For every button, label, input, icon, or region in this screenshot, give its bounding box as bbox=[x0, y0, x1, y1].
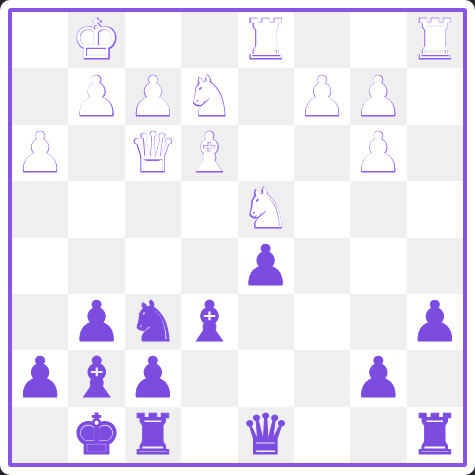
piece-white-fill-layer: ♞ bbox=[241, 182, 290, 236]
board-square-b5[interactable] bbox=[350, 238, 406, 294]
piece-white-fill-layer: ♟ bbox=[72, 69, 121, 123]
board-square-h1[interactable] bbox=[12, 12, 68, 68]
black-queen-d8[interactable]: ♛ bbox=[241, 407, 291, 463]
piece-white-fill-layer: ♟ bbox=[129, 69, 178, 123]
board-square-b8[interactable] bbox=[350, 407, 406, 463]
board-square-b3[interactable]: ♟♙ bbox=[350, 125, 406, 181]
board-square-b1[interactable] bbox=[350, 12, 406, 68]
board-square-h7[interactable]: ♟ bbox=[12, 350, 68, 406]
board-square-g6[interactable]: ♟ bbox=[68, 294, 124, 350]
board-square-a8[interactable]: ♜ bbox=[407, 407, 463, 463]
board-square-b7[interactable]: ♟ bbox=[350, 350, 406, 406]
white-pawn-h3[interactable]: ♟♙ bbox=[15, 125, 65, 181]
white-pawn-c2[interactable]: ♟♙ bbox=[297, 69, 347, 125]
board-square-a2[interactable] bbox=[407, 68, 463, 124]
board-square-a6[interactable]: ♟ bbox=[407, 294, 463, 350]
board-square-f3[interactable]: ♛♕ bbox=[125, 125, 181, 181]
piece-solid-glyph: ♝ bbox=[71, 350, 121, 406]
black-pawn-d5[interactable]: ♟ bbox=[241, 238, 291, 294]
white-pawn-b2[interactable]: ♟♙ bbox=[353, 69, 403, 125]
piece-solid-glyph: ♛ bbox=[241, 407, 291, 463]
board-square-e8[interactable] bbox=[181, 407, 237, 463]
white-knight-e2[interactable]: ♞♘ bbox=[184, 69, 234, 125]
piece-solid-glyph: ♟ bbox=[128, 350, 178, 406]
board-square-e7[interactable] bbox=[181, 350, 237, 406]
piece-solid-glyph: ♟ bbox=[15, 350, 65, 406]
board-square-h5[interactable] bbox=[12, 238, 68, 294]
board-square-h3[interactable]: ♟♙ bbox=[12, 125, 68, 181]
black-king-g8[interactable]: ♚ bbox=[71, 407, 121, 463]
chess-board-grid: ♚♔♜♖♜♖♟♙♟♙♞♘♟♙♟♙♟♙♛♕♝♗♟♙♞♘♟♟♞♝♟♟♝♟♟♚♜♛♜ bbox=[12, 12, 463, 463]
piece-white-fill-layer: ♞ bbox=[185, 69, 234, 123]
board-square-c4[interactable] bbox=[294, 181, 350, 237]
white-queen-f3[interactable]: ♛♕ bbox=[128, 125, 178, 181]
piece-white-fill-layer: ♟ bbox=[354, 126, 403, 180]
piece-white-fill-layer: ♝ bbox=[185, 126, 234, 180]
board-square-g2[interactable]: ♟♙ bbox=[68, 68, 124, 124]
board-square-c6[interactable] bbox=[294, 294, 350, 350]
board-square-b6[interactable] bbox=[350, 294, 406, 350]
black-rook-a8[interactable]: ♜ bbox=[410, 407, 460, 463]
white-rook-d1[interactable]: ♜♖ bbox=[241, 12, 291, 68]
board-square-f1[interactable] bbox=[125, 12, 181, 68]
black-bishop-e6[interactable]: ♝ bbox=[184, 294, 234, 350]
board-square-h6[interactable] bbox=[12, 294, 68, 350]
board-square-e2[interactable]: ♞♘ bbox=[181, 68, 237, 124]
white-bishop-e3[interactable]: ♝♗ bbox=[184, 125, 234, 181]
board-square-h2[interactable] bbox=[12, 68, 68, 124]
piece-solid-glyph: ♟ bbox=[241, 238, 291, 294]
board-square-b4[interactable] bbox=[350, 181, 406, 237]
board-square-f7[interactable]: ♟ bbox=[125, 350, 181, 406]
chess-app-window: ♚♔♜♖♜♖♟♙♟♙♞♘♟♙♟♙♟♙♛♕♝♗♟♙♞♘♟♟♞♝♟♟♝♟♟♚♜♛♜ bbox=[0, 0, 475, 475]
board-square-d8[interactable]: ♛ bbox=[238, 407, 294, 463]
board-square-c8[interactable] bbox=[294, 407, 350, 463]
white-king-g1[interactable]: ♚♔ bbox=[71, 12, 121, 68]
board-square-f4[interactable] bbox=[125, 181, 181, 237]
board-square-e1[interactable] bbox=[181, 12, 237, 68]
board-square-c7[interactable] bbox=[294, 350, 350, 406]
board-square-d3[interactable] bbox=[238, 125, 294, 181]
white-knight-d4[interactable]: ♞♘ bbox=[241, 181, 291, 237]
board-square-d7[interactable] bbox=[238, 350, 294, 406]
white-pawn-g2[interactable]: ♟♙ bbox=[71, 69, 121, 125]
piece-white-fill-layer: ♜ bbox=[241, 13, 290, 67]
board-square-f2[interactable]: ♟♙ bbox=[125, 68, 181, 124]
board-square-a4[interactable] bbox=[407, 181, 463, 237]
piece-solid-glyph: ♚ bbox=[71, 407, 121, 463]
black-pawn-g6[interactable]: ♟ bbox=[71, 294, 121, 350]
board-square-a1[interactable]: ♜♖ bbox=[407, 12, 463, 68]
board-square-g1[interactable]: ♚♔ bbox=[68, 12, 124, 68]
board-square-e3[interactable]: ♝♗ bbox=[181, 125, 237, 181]
board-square-h8[interactable] bbox=[12, 407, 68, 463]
board-square-d2[interactable] bbox=[238, 68, 294, 124]
white-pawn-b3[interactable]: ♟♙ bbox=[353, 125, 403, 181]
piece-solid-glyph: ♝ bbox=[184, 294, 234, 350]
board-square-e4[interactable] bbox=[181, 181, 237, 237]
board-square-d6[interactable] bbox=[238, 294, 294, 350]
board-square-c5[interactable] bbox=[294, 238, 350, 294]
piece-solid-glyph: ♜ bbox=[410, 407, 460, 463]
piece-white-fill-layer: ♟ bbox=[16, 126, 65, 180]
piece-white-fill-layer: ♟ bbox=[298, 69, 347, 123]
board-square-a3[interactable] bbox=[407, 125, 463, 181]
piece-white-fill-layer: ♟ bbox=[354, 69, 403, 123]
board-square-c3[interactable] bbox=[294, 125, 350, 181]
board-square-g5[interactable] bbox=[68, 238, 124, 294]
board-square-c1[interactable] bbox=[294, 12, 350, 68]
black-rook-f8[interactable]: ♜ bbox=[128, 407, 178, 463]
board-square-f5[interactable] bbox=[125, 238, 181, 294]
piece-solid-glyph: ♟ bbox=[71, 294, 121, 350]
board-square-d1[interactable]: ♜♖ bbox=[238, 12, 294, 68]
board-square-h4[interactable] bbox=[12, 181, 68, 237]
piece-white-fill-layer: ♚ bbox=[72, 13, 121, 67]
piece-white-fill-layer: ♛ bbox=[129, 126, 178, 180]
board-square-a7[interactable] bbox=[407, 350, 463, 406]
black-pawn-h7[interactable]: ♟ bbox=[15, 350, 65, 406]
board-square-g3[interactable] bbox=[68, 125, 124, 181]
piece-solid-glyph: ♟ bbox=[410, 294, 460, 350]
board-square-d4[interactable]: ♞♘ bbox=[238, 181, 294, 237]
board-square-g7[interactable]: ♝ bbox=[68, 350, 124, 406]
piece-solid-glyph: ♞ bbox=[128, 294, 178, 350]
board-square-e6[interactable]: ♝ bbox=[181, 294, 237, 350]
black-pawn-f7[interactable]: ♟ bbox=[128, 350, 178, 406]
board-square-f8[interactable]: ♜ bbox=[125, 407, 181, 463]
board-square-g8[interactable]: ♚ bbox=[68, 407, 124, 463]
board-square-c2[interactable]: ♟♙ bbox=[294, 68, 350, 124]
black-knight-f6[interactable]: ♞ bbox=[128, 294, 178, 350]
black-pawn-a6[interactable]: ♟ bbox=[410, 294, 460, 350]
board-square-e5[interactable] bbox=[181, 238, 237, 294]
white-pawn-f2[interactable]: ♟♙ bbox=[128, 69, 178, 125]
chess-board: ♚♔♜♖♜♖♟♙♟♙♞♘♟♙♟♙♟♙♛♕♝♗♟♙♞♘♟♟♞♝♟♟♝♟♟♚♜♛♜ bbox=[8, 8, 467, 467]
piece-solid-glyph: ♟ bbox=[353, 350, 403, 406]
board-square-f6[interactable]: ♞ bbox=[125, 294, 181, 350]
piece-white-fill-layer: ♜ bbox=[410, 13, 459, 67]
white-rook-a1[interactable]: ♜♖ bbox=[410, 12, 460, 68]
piece-solid-glyph: ♜ bbox=[128, 407, 178, 463]
board-square-a5[interactable] bbox=[407, 238, 463, 294]
black-pawn-b7[interactable]: ♟ bbox=[353, 350, 403, 406]
board-square-b2[interactable]: ♟♙ bbox=[350, 68, 406, 124]
black-bishop-g7[interactable]: ♝ bbox=[71, 350, 121, 406]
board-square-d5[interactable]: ♟ bbox=[238, 238, 294, 294]
board-square-g4[interactable] bbox=[68, 181, 124, 237]
